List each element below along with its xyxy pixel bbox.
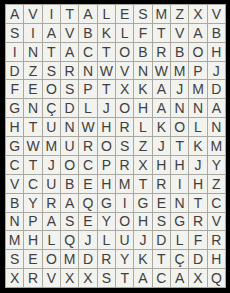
grid-cell[interactable]: H	[134, 99, 152, 118]
grid-cell[interactable]: G	[6, 99, 24, 118]
word-search-page: AVITALESMZXVSIAVBKLFTVABINTACTOBRBOHDZSR…	[0, 0, 230, 293]
grid-cell[interactable]: O	[116, 43, 134, 62]
grid-cell[interactable]: A	[61, 194, 79, 213]
grid-cell[interactable]: Y	[24, 194, 42, 213]
grid-cell[interactable]: M	[171, 62, 189, 81]
grid-cell[interactable]: D	[61, 99, 79, 118]
grid-cell[interactable]: X	[61, 269, 79, 288]
grid-cell[interactable]: S	[6, 24, 24, 43]
grid-cell[interactable]: H	[24, 231, 42, 250]
grid-cell[interactable]: N	[134, 62, 152, 81]
grid-cell[interactable]: L	[43, 231, 61, 250]
grid-cell[interactable]: H	[171, 156, 189, 175]
grid-cell[interactable]: D	[189, 250, 207, 269]
grid-cell[interactable]: A	[171, 269, 189, 288]
grid-cell[interactable]: O	[98, 137, 116, 156]
grid-cell[interactable]: E	[24, 250, 42, 269]
grid-cell[interactable]: R	[61, 62, 79, 81]
word-search-grid: AVITALESMZXVSIAVBKLFTVABINTACTOBRBOHDZSR…	[5, 4, 226, 288]
grid-cell[interactable]: V	[208, 5, 226, 24]
grid-cell[interactable]: S	[61, 213, 79, 232]
grid-cell[interactable]: O	[116, 213, 134, 232]
grid-cell[interactable]: M	[153, 5, 171, 24]
grid-cell[interactable]: U	[61, 137, 79, 156]
grid-cell[interactable]: T	[24, 118, 42, 137]
grid-cell[interactable]: G	[171, 213, 189, 232]
grid-cell[interactable]: T	[43, 43, 61, 62]
grid-cell[interactable]: V	[208, 213, 226, 232]
grid-cell[interactable]: R	[208, 231, 226, 250]
grid-cell[interactable]: Z	[171, 5, 189, 24]
grid-cell[interactable]: Z	[134, 137, 152, 156]
grid-cell[interactable]: T	[98, 80, 116, 99]
grid-cell[interactable]: V	[43, 269, 61, 288]
grid-cell[interactable]: X	[79, 269, 97, 288]
grid-cell[interactable]: S	[98, 269, 116, 288]
grid-cell[interactable]: A	[153, 99, 171, 118]
grid-cell[interactable]: E	[79, 175, 97, 194]
grid-cell[interactable]: N	[24, 99, 42, 118]
grid-cell[interactable]: F	[6, 80, 24, 99]
grid-cell[interactable]: I	[6, 43, 24, 62]
grid-cell[interactable]: K	[153, 118, 171, 137]
grid-cell[interactable]: R	[79, 137, 97, 156]
grid-cell[interactable]: L	[98, 231, 116, 250]
grid-cell[interactable]: J	[134, 231, 152, 250]
grid-cell[interactable]: T	[171, 137, 189, 156]
grid-cell[interactable]: N	[79, 62, 97, 81]
grid-cell[interactable]: K	[189, 137, 207, 156]
grid-cell[interactable]: U	[43, 118, 61, 137]
grid-cell[interactable]: V	[6, 175, 24, 194]
grid-cell[interactable]: A	[43, 213, 61, 232]
grid-cell[interactable]: L	[116, 24, 134, 43]
grid-cell[interactable]: L	[134, 118, 152, 137]
grid-cell[interactable]: H	[208, 250, 226, 269]
grid-cell[interactable]: S	[116, 137, 134, 156]
grid-cell[interactable]: T	[61, 5, 79, 24]
grid-cell[interactable]: N	[171, 194, 189, 213]
grid-cell[interactable]: K	[134, 80, 152, 99]
grid-cell[interactable]: A	[61, 43, 79, 62]
grid-cell[interactable]: O	[116, 99, 134, 118]
grid-cell[interactable]: C	[6, 156, 24, 175]
grid-cell[interactable]: N	[61, 118, 79, 137]
grid-cell[interactable]: R	[24, 269, 42, 288]
grid-cell[interactable]: V	[171, 24, 189, 43]
grid-cell[interactable]: N	[24, 43, 42, 62]
grid-cell[interactable]: U	[116, 231, 134, 250]
grid-cell[interactable]: W	[153, 62, 171, 81]
grid-cell[interactable]: P	[79, 80, 97, 99]
grid-cell[interactable]: F	[134, 24, 152, 43]
grid-cell[interactable]: J	[171, 80, 189, 99]
grid-cell[interactable]: W	[24, 137, 42, 156]
grid-cell[interactable]: A	[208, 99, 226, 118]
grid-cell[interactable]: R	[43, 194, 61, 213]
grid-cell[interactable]: S	[61, 80, 79, 99]
grid-cell[interactable]: R	[153, 175, 171, 194]
grid-cell[interactable]: S	[134, 5, 152, 24]
grid-cell[interactable]: N	[6, 213, 24, 232]
grid-cell[interactable]: N	[171, 99, 189, 118]
grid-cell[interactable]: R	[98, 250, 116, 269]
grid-cell[interactable]: X	[116, 80, 134, 99]
grid-cell[interactable]: Q	[61, 231, 79, 250]
grid-cell[interactable]: O	[189, 43, 207, 62]
grid-cell[interactable]: H	[6, 118, 24, 137]
grid-cell[interactable]: V	[61, 24, 79, 43]
grid-cell[interactable]: J	[79, 231, 97, 250]
grid-cell[interactable]: L	[79, 99, 97, 118]
grid-cell[interactable]: H	[153, 156, 171, 175]
grid-cell[interactable]: D	[153, 231, 171, 250]
grid-cell[interactable]: J	[153, 137, 171, 156]
grid-cell[interactable]: K	[98, 24, 116, 43]
grid-cell[interactable]: A	[43, 24, 61, 43]
grid-cell[interactable]: B	[171, 43, 189, 62]
grid-cell[interactable]: A	[189, 24, 207, 43]
grid-cell[interactable]: J	[189, 156, 207, 175]
grid-cell[interactable]: C	[79, 156, 97, 175]
grid-cell[interactable]: Ç	[43, 99, 61, 118]
grid-cell[interactable]: N	[208, 118, 226, 137]
grid-cell[interactable]: Q	[79, 194, 97, 213]
grid-cell[interactable]: X	[189, 269, 207, 288]
grid-cell[interactable]: P	[24, 213, 42, 232]
grid-cell[interactable]: T	[153, 250, 171, 269]
grid-cell[interactable]: E	[24, 80, 42, 99]
grid-cell[interactable]: M	[116, 175, 134, 194]
grid-cell[interactable]: I	[43, 5, 61, 24]
grid-cell[interactable]: T	[134, 175, 152, 194]
grid-cell[interactable]: X	[134, 156, 152, 175]
grid-cell[interactable]: J	[43, 156, 61, 175]
grid-cell[interactable]: N	[189, 99, 207, 118]
grid-cell[interactable]: A	[6, 5, 24, 24]
grid-cell[interactable]: T	[116, 269, 134, 288]
grid-cell[interactable]: K	[134, 250, 152, 269]
grid-cell[interactable]: C	[153, 269, 171, 288]
grid-cell[interactable]: Y	[208, 156, 226, 175]
grid-cell[interactable]: G	[98, 194, 116, 213]
grid-cell[interactable]: O	[171, 118, 189, 137]
grid-cell[interactable]: O	[61, 156, 79, 175]
grid-cell[interactable]: M	[43, 137, 61, 156]
grid-cell[interactable]: M	[6, 231, 24, 250]
grid-cell[interactable]: V	[116, 62, 134, 81]
grid-cell[interactable]: S	[6, 250, 24, 269]
grid-cell[interactable]: Y	[98, 213, 116, 232]
grid-cell[interactable]: P	[189, 62, 207, 81]
grid-cell[interactable]: Q	[208, 269, 226, 288]
grid-cell[interactable]: L	[171, 231, 189, 250]
grid-cell[interactable]: A	[153, 80, 171, 99]
grid-cell[interactable]: G	[6, 137, 24, 156]
grid-cell[interactable]: O	[43, 250, 61, 269]
grid-cell[interactable]: S	[43, 62, 61, 81]
grid-cell[interactable]: H	[98, 175, 116, 194]
grid-cell[interactable]: O	[43, 80, 61, 99]
grid-cell[interactable]: C	[79, 43, 97, 62]
grid-cell[interactable]: Z	[24, 62, 42, 81]
grid-cell[interactable]: M	[61, 250, 79, 269]
grid-cell[interactable]: I	[116, 194, 134, 213]
grid-cell[interactable]: A	[134, 269, 152, 288]
grid-cell[interactable]: D	[6, 62, 24, 81]
grid-cell[interactable]: W	[79, 118, 97, 137]
grid-cell[interactable]: R	[116, 156, 134, 175]
grid-cell[interactable]: J	[98, 99, 116, 118]
grid-cell[interactable]: L	[98, 5, 116, 24]
grid-cell[interactable]: R	[153, 43, 171, 62]
grid-cell[interactable]: I	[171, 175, 189, 194]
grid-cell[interactable]: B	[79, 24, 97, 43]
grid-cell[interactable]: D	[79, 250, 97, 269]
grid-cell[interactable]: S	[153, 213, 171, 232]
grid-cell[interactable]: G	[134, 194, 152, 213]
grid-cell[interactable]: T	[153, 24, 171, 43]
grid-cell[interactable]: T	[189, 194, 207, 213]
grid-cell[interactable]: U	[43, 175, 61, 194]
grid-cell[interactable]: M	[208, 137, 226, 156]
grid-cell[interactable]: P	[98, 156, 116, 175]
grid-cell[interactable]: Z	[208, 175, 226, 194]
grid-cell[interactable]: B	[6, 194, 24, 213]
grid-cell[interactable]: V	[24, 5, 42, 24]
grid-cell[interactable]: W	[98, 62, 116, 81]
grid-cell[interactable]: A	[79, 5, 97, 24]
grid-cell[interactable]: R	[189, 213, 207, 232]
grid-cell[interactable]: B	[208, 24, 226, 43]
grid-cell[interactable]: F	[189, 231, 207, 250]
grid-cell[interactable]: H	[134, 213, 152, 232]
grid-cell[interactable]: X	[6, 269, 24, 288]
grid-cell[interactable]: T	[98, 43, 116, 62]
grid-cell[interactable]: R	[116, 118, 134, 137]
grid-cell[interactable]: Ç	[171, 250, 189, 269]
grid-cell[interactable]: J	[208, 62, 226, 81]
grid-cell[interactable]: M	[189, 80, 207, 99]
grid-cell[interactable]: B	[61, 175, 79, 194]
grid-cell[interactable]: B	[134, 43, 152, 62]
grid-cell[interactable]: H	[189, 175, 207, 194]
grid-cell[interactable]: Y	[116, 250, 134, 269]
grid-cell[interactable]: E	[153, 194, 171, 213]
grid-cell[interactable]: C	[24, 175, 42, 194]
grid-cell[interactable]: D	[208, 80, 226, 99]
grid-cell[interactable]: X	[189, 5, 207, 24]
grid-cell[interactable]: T	[24, 156, 42, 175]
grid-cell[interactable]: E	[79, 213, 97, 232]
grid-cell[interactable]: C	[208, 194, 226, 213]
grid-cell[interactable]: H	[98, 118, 116, 137]
grid-cell[interactable]: L	[189, 118, 207, 137]
grid-cell[interactable]: H	[208, 43, 226, 62]
grid-cell[interactable]: I	[24, 24, 42, 43]
grid-cell[interactable]: E	[116, 5, 134, 24]
